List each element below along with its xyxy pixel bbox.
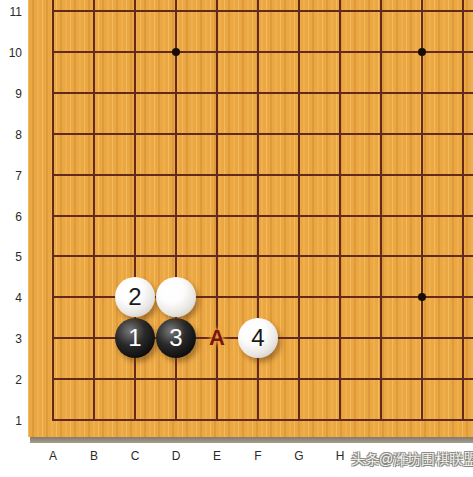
row-label-11: 11 [0,5,22,19]
row-label-3: 3 [0,332,22,346]
row-label-4: 4 [0,291,22,305]
grid-line-vertical [93,0,95,421]
col-label-B: B [84,449,104,463]
row-label-1: 1 [0,414,22,428]
stone-white-4: 4 [238,318,278,358]
grid-line-horizontal [52,133,473,135]
grid-line-vertical [298,0,300,421]
col-label-C: C [125,449,145,463]
star-point-K4 [418,293,426,301]
grid-line-horizontal [52,378,473,380]
row-label-2: 2 [0,373,22,387]
star-point-K10 [418,48,426,56]
col-label-D: D [166,449,186,463]
grid-line-horizontal [52,419,473,421]
grid-line-horizontal [52,51,473,53]
col-label-H: H [330,449,350,463]
grid-line-horizontal [52,255,473,257]
star-point-D10 [172,48,180,56]
grid-line-vertical [52,0,54,421]
col-label-A: A [43,449,63,463]
watermark: 头条@潍坊围棋联盟 [351,451,473,469]
grid-line-vertical [339,0,341,421]
col-label-G: G [289,449,309,463]
stone-black-3: 3 [156,318,196,358]
grid-line-vertical [462,0,464,421]
stone-black-1: 1 [115,318,155,358]
row-label-5: 5 [0,250,22,264]
row-label-6: 6 [0,210,22,224]
go-board: 1234A [28,0,473,437]
go-diagram: 1234A 头条@潍坊围棋联盟 1110987654321ABCDEFGH [0,0,473,477]
grid-line-horizontal [52,92,473,94]
grid-line-vertical [380,0,382,421]
grid-line-horizontal [52,174,473,176]
row-label-8: 8 [0,128,22,142]
grid-line-horizontal [52,10,473,12]
row-label-9: 9 [0,87,22,101]
grid-line-vertical [421,0,423,421]
marker-A: A [209,325,225,351]
row-label-10: 10 [0,46,22,60]
grid-line-horizontal [52,215,473,217]
stone-white-2: 2 [115,277,155,317]
col-label-E: E [207,449,227,463]
board-edge-shadow [30,437,473,443]
col-label-F: F [248,449,268,463]
grid-line-vertical [216,0,218,421]
stone-white [156,277,196,317]
row-label-7: 7 [0,169,22,183]
